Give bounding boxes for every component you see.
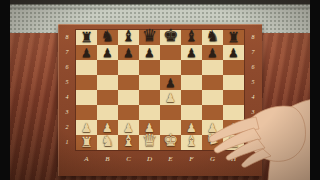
rank-label-6: 6 <box>59 60 75 75</box>
square-a4[interactable] <box>76 90 97 105</box>
piece-white-pawn-e4[interactable]: ♟ <box>160 85 181 105</box>
square-g6[interactable] <box>202 60 223 75</box>
square-a5[interactable] <box>76 75 97 90</box>
square-g4[interactable] <box>202 90 223 105</box>
piece-white-bishop-c1[interactable]: ♝ <box>118 130 139 150</box>
square-e3[interactable] <box>160 105 181 120</box>
piece-black-pawn-h7[interactable]: ♟ <box>223 40 244 60</box>
square-c6[interactable] <box>118 60 139 75</box>
piece-white-rook-h1[interactable]: ♜ <box>223 130 244 150</box>
pillarbox-left <box>0 0 10 180</box>
square-h5[interactable] <box>223 75 244 90</box>
rank-label-7: 7 <box>245 45 261 60</box>
rank-label-3: 3 <box>59 105 75 120</box>
square-a6[interactable] <box>76 60 97 75</box>
video-frame: ♜♞♝♛♚♝♞♜♟♟♟♟♟♟♟♟♟♟♟♟♟♟♟♟♜♞♝♛♚♝♞♜ ABCDEFG… <box>0 0 320 180</box>
square-b5[interactable] <box>97 75 118 90</box>
rank-label-8: 8 <box>59 30 75 45</box>
rank-label-4: 4 <box>245 90 261 105</box>
square-f4[interactable] <box>181 90 202 105</box>
rank-labels-right: 87654321 <box>245 30 261 150</box>
piece-black-pawn-a7[interactable]: ♟ <box>76 40 97 60</box>
rank-label-2: 2 <box>245 120 261 135</box>
file-label-a: A <box>76 152 97 166</box>
piece-white-king-e1[interactable]: ♚ <box>160 130 181 150</box>
square-b6[interactable] <box>97 60 118 75</box>
square-d4[interactable] <box>139 90 160 105</box>
chess-board-frame: ♜♞♝♛♚♝♞♜♟♟♟♟♟♟♟♟♟♟♟♟♟♟♟♟♜♞♝♛♚♝♞♜ ABCDEFG… <box>58 24 262 176</box>
rank-label-1: 1 <box>59 135 75 150</box>
square-g5[interactable] <box>202 75 223 90</box>
rank-label-5: 5 <box>59 75 75 90</box>
square-h6[interactable] <box>223 60 244 75</box>
rank-label-6: 6 <box>245 60 261 75</box>
photo-scene: ♜♞♝♛♚♝♞♜♟♟♟♟♟♟♟♟♟♟♟♟♟♟♟♟♜♞♝♛♚♝♞♜ ABCDEFG… <box>10 0 310 180</box>
piece-white-bishop-f1[interactable]: ♝ <box>181 130 202 150</box>
square-e7[interactable] <box>160 45 181 60</box>
file-label-d: D <box>139 152 160 166</box>
piece-black-pawn-g7[interactable]: ♟ <box>202 40 223 60</box>
pillarbox-right <box>310 0 320 180</box>
square-d6[interactable] <box>139 60 160 75</box>
file-labels: ABCDEFGH <box>76 152 244 166</box>
rank-label-2: 2 <box>59 120 75 135</box>
file-label-c: C <box>118 152 139 166</box>
square-d5[interactable] <box>139 75 160 90</box>
rank-label-5: 5 <box>245 75 261 90</box>
piece-black-pawn-c7[interactable]: ♟ <box>118 40 139 60</box>
square-h4[interactable] <box>223 90 244 105</box>
rank-label-3: 3 <box>245 105 261 120</box>
piece-white-knight-b1[interactable]: ♞ <box>97 130 118 150</box>
piece-black-pawn-d7[interactable]: ♟ <box>139 40 160 60</box>
file-label-g: G <box>202 152 223 166</box>
rank-label-1: 1 <box>245 135 261 150</box>
square-b4[interactable] <box>97 90 118 105</box>
rank-labels-left: 87654321 <box>59 30 75 150</box>
piece-black-pawn-b7[interactable]: ♟ <box>97 40 118 60</box>
file-label-f: F <box>181 152 202 166</box>
rank-label-4: 4 <box>59 90 75 105</box>
piece-black-pawn-f7[interactable]: ♟ <box>181 40 202 60</box>
square-c4[interactable] <box>118 90 139 105</box>
square-c5[interactable] <box>118 75 139 90</box>
square-f5[interactable] <box>181 75 202 90</box>
piece-black-king-e8[interactable]: ♚ <box>160 25 181 45</box>
square-f6[interactable] <box>181 60 202 75</box>
piece-white-rook-a1[interactable]: ♜ <box>76 130 97 150</box>
rank-label-8: 8 <box>245 30 261 45</box>
rank-label-7: 7 <box>59 45 75 60</box>
file-label-h: H <box>223 152 244 166</box>
file-label-e: E <box>160 152 181 166</box>
piece-white-queen-d1[interactable]: ♛ <box>139 130 160 150</box>
file-label-b: B <box>97 152 118 166</box>
